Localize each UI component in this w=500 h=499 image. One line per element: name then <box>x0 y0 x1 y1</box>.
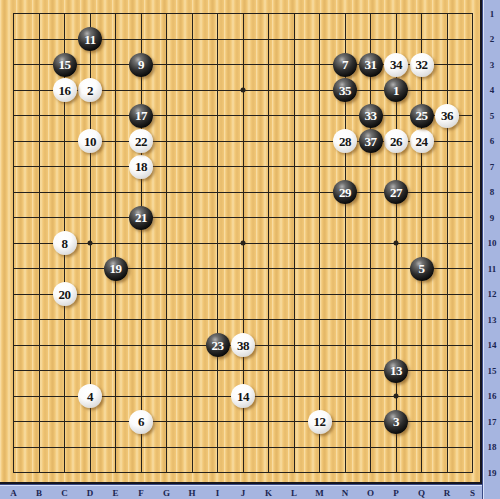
column-label-B: B <box>36 488 42 498</box>
stone-white-J16: 14 <box>231 384 255 408</box>
stone-black-Q5: 25 <box>410 104 434 128</box>
stone-move-number: 32 <box>416 58 428 71</box>
stone-black-Q11: 5 <box>410 257 434 281</box>
stone-black-P8: 27 <box>384 180 408 204</box>
stone-move-number: 1 <box>393 84 399 97</box>
stone-move-number: 2 <box>87 84 93 97</box>
stone-move-number: 35 <box>339 84 351 97</box>
row-label-2: 2 <box>490 34 495 44</box>
row-label-19: 19 <box>488 468 497 478</box>
stone-move-number: 21 <box>135 211 147 224</box>
row-label-6: 6 <box>490 136 495 146</box>
stone-move-number: 37 <box>365 135 377 148</box>
column-label-C: C <box>61 488 68 498</box>
row-label-15: 15 <box>488 366 497 376</box>
row-label-16: 16 <box>488 391 497 401</box>
stone-white-J14: 38 <box>231 333 255 357</box>
row-label-9: 9 <box>490 213 495 223</box>
grid-line <box>13 319 473 320</box>
column-label-F: F <box>138 488 144 498</box>
stone-black-O6: 37 <box>359 129 383 153</box>
grid-line <box>13 268 473 269</box>
grid-line <box>268 13 269 473</box>
column-label-S: S <box>470 488 475 498</box>
stone-black-F5: 17 <box>129 104 153 128</box>
stone-white-D6: 10 <box>78 129 102 153</box>
stone-move-number: 18 <box>135 160 147 173</box>
stone-black-N4: 35 <box>333 78 357 102</box>
stone-black-P4: 1 <box>384 78 408 102</box>
stone-white-P6: 26 <box>384 129 408 153</box>
stone-move-number: 6 <box>138 415 144 428</box>
stone-white-N6: 28 <box>333 129 357 153</box>
stone-white-P3: 34 <box>384 53 408 77</box>
stone-black-P17: 3 <box>384 410 408 434</box>
stone-move-number: 8 <box>62 237 68 250</box>
stone-move-number: 11 <box>84 33 95 46</box>
stone-black-P15: 13 <box>384 359 408 383</box>
stone-move-number: 10 <box>84 135 96 148</box>
stone-white-F17: 6 <box>129 410 153 434</box>
star-point <box>394 394 399 399</box>
grid-line <box>319 13 320 473</box>
column-label-G: G <box>163 488 170 498</box>
star-point <box>241 241 246 246</box>
grid-line <box>472 13 473 473</box>
grid-line <box>370 13 371 473</box>
column-label-I: I <box>216 488 220 498</box>
column-label-P: P <box>393 488 399 498</box>
stone-white-C12: 20 <box>53 282 77 306</box>
stone-move-number: 28 <box>339 135 351 148</box>
stone-move-number: 15 <box>59 58 71 71</box>
stone-black-D2: 11 <box>78 27 102 51</box>
stone-move-number: 19 <box>110 262 122 275</box>
row-labels-bar: 12345678910111213141516171819 <box>482 0 500 499</box>
stone-move-number: 17 <box>135 109 147 122</box>
stone-move-number: 26 <box>390 135 402 148</box>
stone-move-number: 3 <box>393 415 399 428</box>
stone-move-number: 27 <box>390 186 402 199</box>
stone-black-N8: 29 <box>333 180 357 204</box>
grid-line <box>294 13 295 473</box>
stone-move-number: 12 <box>314 415 326 428</box>
stone-move-number: 20 <box>59 288 71 301</box>
stone-move-number: 9 <box>138 58 144 71</box>
grid-line <box>421 13 422 473</box>
column-label-R: R <box>444 488 451 498</box>
row-label-11: 11 <box>488 264 497 274</box>
row-label-7: 7 <box>490 162 495 172</box>
row-label-4: 4 <box>490 85 495 95</box>
column-label-E: E <box>112 488 118 498</box>
stone-white-C10: 8 <box>53 231 77 255</box>
column-label-O: O <box>367 488 374 498</box>
stone-black-E11: 19 <box>104 257 128 281</box>
row-label-1: 1 <box>490 9 495 19</box>
stone-move-number: 7 <box>342 58 348 71</box>
stone-black-N3: 7 <box>333 53 357 77</box>
column-labels-bar: ABCDEFGHIJKLMNOPQRS <box>0 484 482 499</box>
stone-black-F9: 21 <box>129 206 153 230</box>
grid-line <box>13 472 473 473</box>
row-label-10: 10 <box>488 238 497 248</box>
stone-move-number: 33 <box>365 109 377 122</box>
grid-line <box>13 294 473 295</box>
column-label-J: J <box>241 488 246 498</box>
stone-move-number: 36 <box>441 109 453 122</box>
stone-move-number: 22 <box>135 135 147 148</box>
column-label-Q: Q <box>418 488 425 498</box>
go-board[interactable]: 1234567891011121314151617181920212223242… <box>0 0 482 484</box>
stone-black-O3: 31 <box>359 53 383 77</box>
stone-move-number: 24 <box>416 135 428 148</box>
stone-move-number: 14 <box>237 390 249 403</box>
stone-move-number: 5 <box>419 262 425 275</box>
stone-white-Q3: 32 <box>410 53 434 77</box>
column-label-D: D <box>87 488 94 498</box>
go-diagram-window: 1234567891011121314151617181920212223242… <box>0 0 500 499</box>
row-label-8: 8 <box>490 187 495 197</box>
stone-black-F3: 9 <box>129 53 153 77</box>
stone-black-I14: 23 <box>206 333 230 357</box>
grid-line <box>447 13 448 473</box>
stone-white-F6: 22 <box>129 129 153 153</box>
row-label-3: 3 <box>490 60 495 70</box>
star-point <box>241 88 246 93</box>
stone-white-D16: 4 <box>78 384 102 408</box>
row-label-18: 18 <box>488 442 497 452</box>
star-point <box>394 241 399 246</box>
row-label-12: 12 <box>488 289 497 299</box>
row-label-17: 17 <box>488 417 497 427</box>
stone-white-C4: 16 <box>53 78 77 102</box>
column-label-A: A <box>10 488 17 498</box>
column-label-K: K <box>265 488 272 498</box>
column-label-N: N <box>342 488 349 498</box>
row-label-13: 13 <box>488 315 497 325</box>
stone-move-number: 34 <box>390 58 402 71</box>
stone-move-number: 38 <box>237 339 249 352</box>
stone-white-D4: 2 <box>78 78 102 102</box>
star-point <box>88 241 93 246</box>
stone-move-number: 13 <box>390 364 402 377</box>
stone-white-M17: 12 <box>308 410 332 434</box>
stone-move-number: 29 <box>339 186 351 199</box>
column-label-H: H <box>188 488 195 498</box>
stone-white-R5: 36 <box>435 104 459 128</box>
column-label-M: M <box>315 488 324 498</box>
stone-move-number: 31 <box>365 58 377 71</box>
stone-white-Q6: 24 <box>410 129 434 153</box>
stone-move-number: 16 <box>59 84 71 97</box>
row-label-5: 5 <box>490 111 495 121</box>
stone-move-number: 23 <box>212 339 224 352</box>
row-label-14: 14 <box>488 340 497 350</box>
stone-black-C3: 15 <box>53 53 77 77</box>
grid-line <box>13 447 473 448</box>
stone-move-number: 4 <box>87 390 93 403</box>
column-label-L: L <box>291 488 297 498</box>
stone-white-F7: 18 <box>129 155 153 179</box>
stone-move-number: 25 <box>416 109 428 122</box>
stone-black-O5: 33 <box>359 104 383 128</box>
